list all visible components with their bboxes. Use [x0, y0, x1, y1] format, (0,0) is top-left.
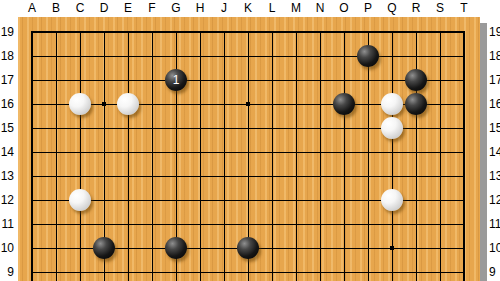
row-label-left-9: 9	[0, 264, 14, 280]
stone-black-G10[interactable]	[165, 237, 187, 259]
column-label-T: T	[452, 1, 476, 16]
stone-white-C16[interactable]	[69, 93, 91, 115]
row-label-right-11: 11	[489, 216, 500, 232]
column-label-R: R	[404, 1, 428, 16]
row-label-right-10: 10	[489, 240, 500, 256]
row-label-right-15: 15	[489, 120, 500, 136]
row-label-left-15: 15	[0, 120, 14, 136]
row-label-left-11: 11	[0, 216, 14, 232]
star-point-K16	[246, 102, 250, 106]
go-board-grid[interactable]: 1	[20, 20, 476, 281]
row-label-left-19: 19	[0, 24, 14, 40]
stone-black-D10[interactable]	[93, 237, 115, 259]
stone-black-O16[interactable]	[333, 93, 355, 115]
column-label-A: A	[20, 1, 44, 16]
row-label-right-16: 16	[489, 96, 500, 112]
stone-white-C12[interactable]	[69, 189, 91, 211]
column-label-S: S	[428, 1, 452, 16]
stone-black-R16[interactable]	[405, 93, 427, 115]
column-label-M: M	[284, 1, 308, 16]
row-label-left-12: 12	[0, 192, 14, 208]
move-number-label: 1	[165, 69, 187, 91]
column-label-K: K	[236, 1, 260, 16]
column-label-C: C	[68, 1, 92, 16]
column-label-E: E	[116, 1, 140, 16]
column-label-J: J	[212, 1, 236, 16]
stone-white-Q16[interactable]	[381, 93, 403, 115]
row-label-right-9: 9	[489, 264, 500, 280]
board-shadow	[480, 23, 487, 281]
row-label-left-13: 13	[0, 168, 14, 184]
go-diagram: 1 ABCDEFGHJKLMNOPQRST 191817161514131211…	[0, 0, 500, 281]
column-label-Q: Q	[380, 1, 404, 16]
stone-black-R17[interactable]	[405, 69, 427, 91]
stone-white-Q15[interactable]	[381, 117, 403, 139]
row-label-right-17: 17	[489, 72, 500, 88]
row-label-right-19: 19	[489, 24, 500, 40]
column-label-F: F	[140, 1, 164, 16]
column-label-N: N	[308, 1, 332, 16]
column-label-H: H	[188, 1, 212, 16]
star-point-Q10	[390, 246, 394, 250]
star-point-D16	[102, 102, 106, 106]
row-label-right-18: 18	[489, 48, 500, 64]
stone-black-K10[interactable]	[237, 237, 259, 259]
row-label-left-16: 16	[0, 96, 14, 112]
stone-white-E16[interactable]	[117, 93, 139, 115]
column-label-D: D	[92, 1, 116, 16]
column-label-G: G	[164, 1, 188, 16]
stone-white-Q12[interactable]	[381, 189, 403, 211]
column-label-B: B	[44, 1, 68, 16]
row-label-right-14: 14	[489, 144, 500, 160]
stone-black-P18[interactable]	[357, 45, 379, 67]
column-label-P: P	[356, 1, 380, 16]
column-label-O: O	[332, 1, 356, 16]
row-label-right-13: 13	[489, 168, 500, 184]
row-label-left-18: 18	[0, 48, 14, 64]
row-label-left-14: 14	[0, 144, 14, 160]
row-label-left-17: 17	[0, 72, 14, 88]
column-label-L: L	[260, 1, 284, 16]
row-label-left-10: 10	[0, 240, 14, 256]
stone-black-G17[interactable]: 1	[165, 69, 187, 91]
row-label-right-12: 12	[489, 192, 500, 208]
